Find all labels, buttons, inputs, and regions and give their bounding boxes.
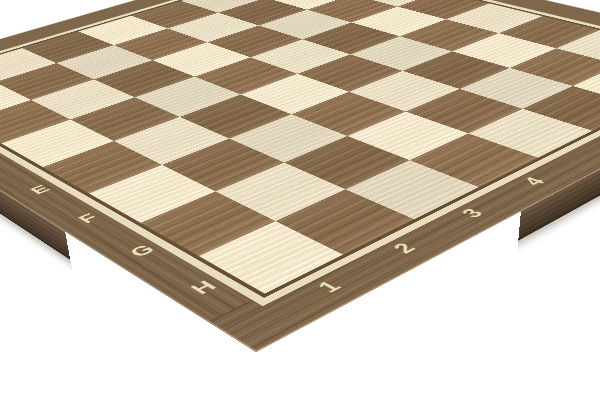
chess-board: EFGH4321 [0, 0, 600, 352]
photo-viewport: EFGH4321 [0, 0, 600, 400]
